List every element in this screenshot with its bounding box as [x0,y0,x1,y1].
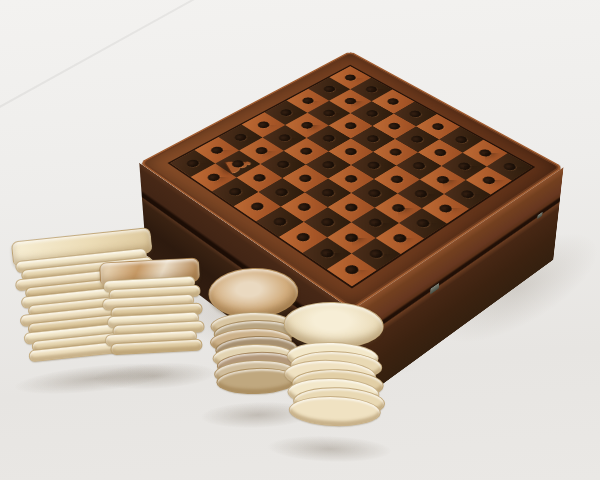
box-hinge-pin [537,212,542,219]
stack-round-ivory-counters[interactable] [279,300,384,451]
piece-light-pawn[interactable]: ♟ [246,117,278,151]
photo-backdrop: ♜♞♝♛♚♝♞♜♟♟♟♟♟♟♟♟♟♟♟♟♟♟♟♟♜♞♝♛♚♝♞♜ [0,0,600,480]
chess-box: ♜♞♝♛♚♝♞♜♟♟♟♟♟♟♟♟♟♟♟♟♟♟♟♟♜♞♝♛♚♝♞♜ [139,51,563,310]
box-clasp[interactable] [430,283,439,295]
piece-dark-rook[interactable]: ♜ [331,226,372,270]
stack-small-rect-counters[interactable] [99,257,205,379]
square-a8[interactable]: ♜ [327,253,377,286]
piece-light-pawn[interactable]: ♟ [197,143,230,178]
